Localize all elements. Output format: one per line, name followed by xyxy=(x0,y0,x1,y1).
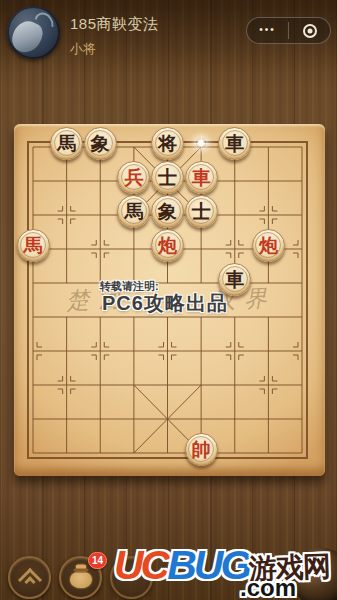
level-rank: 小将 xyxy=(70,40,159,58)
footer-button-3[interactable] xyxy=(110,556,153,599)
piece-black-馬[interactable]: 馬 xyxy=(50,127,83,160)
piece-black-将[interactable]: 将 xyxy=(151,127,184,160)
money-bag-icon xyxy=(69,571,93,590)
exit-circle-icon xyxy=(303,24,317,38)
piece-red-炮[interactable]: 炮 xyxy=(151,229,184,262)
avatar[interactable] xyxy=(7,6,60,59)
piece-red-帥[interactable]: 帥 xyxy=(185,433,218,466)
level-title: 185商鞅变法 xyxy=(70,15,159,34)
piece-red-馬[interactable]: 馬 xyxy=(17,229,50,262)
exit-button[interactable] xyxy=(289,18,330,43)
piece-black-象[interactable]: 象 xyxy=(84,127,117,160)
hint-count-badge: 14 xyxy=(88,552,107,569)
level-info: 185商鞅变法 小将 xyxy=(70,15,159,58)
piece-red-車[interactable]: 車 xyxy=(185,161,218,194)
piece-red-兵[interactable]: 兵 xyxy=(117,161,150,194)
more-dots-icon: ••• xyxy=(259,24,276,38)
piece-black-士[interactable]: 士 xyxy=(185,195,218,228)
collapse-button[interactable] xyxy=(8,556,51,599)
piece-red-炮[interactable]: 炮 xyxy=(252,229,285,262)
wechat-capsule: ••• xyxy=(246,17,331,44)
piece-black-車[interactable]: 車 xyxy=(218,263,251,296)
piece-black-馬[interactable]: 馬 xyxy=(117,195,150,228)
more-button[interactable]: ••• xyxy=(247,18,288,43)
piece-black-士[interactable]: 士 xyxy=(151,161,184,194)
piece-black-車[interactable]: 車 xyxy=(218,127,251,160)
piece-black-象[interactable]: 象 xyxy=(151,195,184,228)
